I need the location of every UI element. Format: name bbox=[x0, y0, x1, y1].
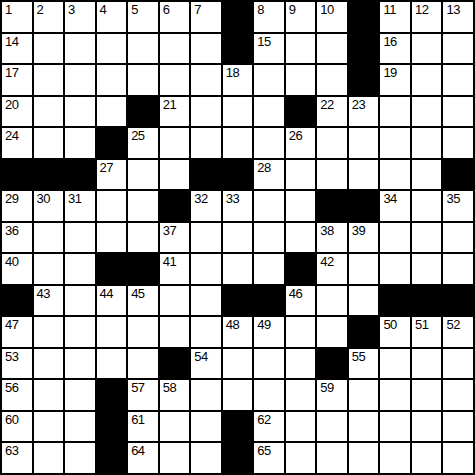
cell-r10c11[interactable] bbox=[317, 286, 347, 316]
cell-r2c13[interactable]: 16 bbox=[380, 34, 410, 64]
cell-r9c15[interactable] bbox=[443, 254, 473, 284]
cell-r15c7[interactable] bbox=[191, 443, 221, 473]
cell-r11c14[interactable]: 51 bbox=[412, 317, 442, 347]
cell-r1c5[interactable]: 5 bbox=[128, 2, 158, 32]
cell-r2c4[interactable] bbox=[97, 34, 127, 64]
cell-r7c14[interactable] bbox=[412, 191, 442, 221]
cell-r8c2[interactable] bbox=[34, 223, 64, 253]
cell-r5c15[interactable] bbox=[443, 128, 473, 158]
black-square-r1c8 bbox=[223, 2, 253, 32]
cell-r13c5[interactable]: 57 bbox=[128, 380, 158, 410]
clue-number: 25 bbox=[131, 128, 144, 143]
black-square-r10c1 bbox=[2, 286, 32, 316]
cell-r11c3[interactable] bbox=[65, 317, 95, 347]
cell-r13c9[interactable] bbox=[254, 380, 284, 410]
clue-number: 2 bbox=[37, 2, 44, 17]
cell-r11c7[interactable] bbox=[191, 317, 221, 347]
cell-r13c12[interactable] bbox=[349, 380, 379, 410]
cell-r9c8[interactable] bbox=[223, 254, 253, 284]
clue-number: 32 bbox=[194, 191, 207, 206]
clue-number: 64 bbox=[131, 443, 144, 458]
clue-number: 1 bbox=[5, 2, 12, 17]
cell-r6c6[interactable] bbox=[160, 160, 190, 190]
clue-number: 41 bbox=[163, 254, 176, 269]
cell-r13c3[interactable] bbox=[65, 380, 95, 410]
cell-r12c2[interactable] bbox=[34, 349, 64, 379]
cell-r7c8[interactable]: 33 bbox=[223, 191, 253, 221]
black-square-r10c15 bbox=[443, 286, 473, 316]
cell-r9c13[interactable] bbox=[380, 254, 410, 284]
cell-r1c1[interactable]: 1 bbox=[2, 2, 32, 32]
cell-r4c1[interactable]: 20 bbox=[2, 97, 32, 127]
cell-r3c6[interactable] bbox=[160, 65, 190, 95]
cell-r2c9[interactable]: 15 bbox=[254, 34, 284, 64]
black-square-r5c4 bbox=[97, 128, 127, 158]
clue-number: 39 bbox=[352, 223, 365, 238]
cell-r5c12[interactable] bbox=[349, 128, 379, 158]
clue-number: 42 bbox=[320, 254, 333, 269]
cell-r14c14[interactable] bbox=[412, 412, 442, 442]
clue-number: 51 bbox=[415, 317, 428, 332]
cell-r7c2[interactable]: 30 bbox=[34, 191, 64, 221]
black-square-r6c3 bbox=[65, 160, 95, 190]
cell-r8c4[interactable] bbox=[97, 223, 127, 253]
black-square-r1c12 bbox=[349, 2, 379, 32]
cell-r8c8[interactable] bbox=[223, 223, 253, 253]
cell-r4c9[interactable] bbox=[254, 97, 284, 127]
clue-number: 45 bbox=[131, 286, 144, 301]
cell-r11c9[interactable]: 49 bbox=[254, 317, 284, 347]
clue-number: 56 bbox=[5, 380, 18, 395]
cell-r3c10[interactable] bbox=[286, 65, 316, 95]
cell-r8c5[interactable] bbox=[128, 223, 158, 253]
black-square-r2c8 bbox=[223, 34, 253, 64]
cell-r13c11[interactable]: 59 bbox=[317, 380, 347, 410]
cell-r13c15[interactable] bbox=[443, 380, 473, 410]
clue-number: 48 bbox=[226, 317, 239, 332]
cell-r4c3[interactable] bbox=[65, 97, 95, 127]
black-square-r3c12 bbox=[349, 65, 379, 95]
clue-number: 21 bbox=[163, 97, 176, 112]
black-square-r11c12 bbox=[349, 317, 379, 347]
cell-r15c15[interactable] bbox=[443, 443, 473, 473]
cell-r2c6[interactable] bbox=[160, 34, 190, 64]
black-square-r10c13 bbox=[380, 286, 410, 316]
black-square-r15c4 bbox=[97, 443, 127, 473]
crossword-board: 1234567891011121314151617181920212223242… bbox=[0, 0, 475, 475]
cell-r10c10[interactable]: 46 bbox=[286, 286, 316, 316]
cell-r12c10[interactable] bbox=[286, 349, 316, 379]
clue-number: 8 bbox=[257, 2, 264, 17]
cell-r3c2[interactable] bbox=[34, 65, 64, 95]
cell-r11c5[interactable] bbox=[128, 317, 158, 347]
cell-r1c3[interactable]: 3 bbox=[65, 2, 95, 32]
cell-r4c2[interactable] bbox=[34, 97, 64, 127]
cell-r5c6[interactable] bbox=[160, 128, 190, 158]
cell-r15c5[interactable]: 64 bbox=[128, 443, 158, 473]
cell-r11c8[interactable]: 48 bbox=[223, 317, 253, 347]
cell-r3c7[interactable] bbox=[191, 65, 221, 95]
clue-number: 63 bbox=[5, 443, 18, 458]
black-square-r10c8 bbox=[223, 286, 253, 316]
cell-r12c12[interactable]: 55 bbox=[349, 349, 379, 379]
cell-r1c11[interactable]: 10 bbox=[317, 2, 347, 32]
cell-r5c1[interactable]: 24 bbox=[2, 128, 32, 158]
cell-r14c6[interactable] bbox=[160, 412, 190, 442]
clue-number: 29 bbox=[5, 191, 18, 206]
cell-r11c1[interactable]: 47 bbox=[2, 317, 32, 347]
clue-number: 57 bbox=[131, 380, 144, 395]
cell-r8c14[interactable] bbox=[412, 223, 442, 253]
cell-r1c4[interactable]: 4 bbox=[97, 2, 127, 32]
clue-number: 55 bbox=[352, 349, 365, 364]
cell-r5c9[interactable] bbox=[254, 128, 284, 158]
cell-r15c13[interactable] bbox=[380, 443, 410, 473]
cell-r10c7[interactable] bbox=[191, 286, 221, 316]
clue-number: 33 bbox=[226, 191, 239, 206]
cell-r7c3[interactable]: 31 bbox=[65, 191, 95, 221]
clue-number: 47 bbox=[5, 317, 18, 332]
black-square-r6c15 bbox=[443, 160, 473, 190]
cell-r12c5[interactable] bbox=[128, 349, 158, 379]
clue-number: 40 bbox=[5, 254, 18, 269]
clue-number: 26 bbox=[289, 128, 302, 143]
cell-r5c13[interactable] bbox=[380, 128, 410, 158]
black-square-r15c8 bbox=[223, 443, 253, 473]
clue-number: 44 bbox=[100, 286, 113, 301]
cell-r3c1[interactable]: 17 bbox=[2, 65, 32, 95]
cell-r12c13[interactable] bbox=[380, 349, 410, 379]
cell-r13c7[interactable] bbox=[191, 380, 221, 410]
clue-number: 28 bbox=[257, 160, 270, 175]
cell-r5c5[interactable]: 25 bbox=[128, 128, 158, 158]
clue-number: 7 bbox=[194, 2, 201, 17]
cell-r8c6[interactable]: 37 bbox=[160, 223, 190, 253]
cell-r15c11[interactable] bbox=[317, 443, 347, 473]
cell-r11c15[interactable]: 52 bbox=[443, 317, 473, 347]
cell-r12c8[interactable] bbox=[223, 349, 253, 379]
cell-r9c7[interactable] bbox=[191, 254, 221, 284]
cell-r1c9[interactable]: 8 bbox=[254, 2, 284, 32]
cell-r9c12[interactable] bbox=[349, 254, 379, 284]
cell-r4c15[interactable] bbox=[443, 97, 473, 127]
cell-r6c13[interactable] bbox=[380, 160, 410, 190]
clue-number: 17 bbox=[5, 65, 18, 80]
black-square-r6c1 bbox=[2, 160, 32, 190]
cell-r2c10[interactable] bbox=[286, 34, 316, 64]
cell-r8c1[interactable]: 36 bbox=[2, 223, 32, 253]
cell-r9c9[interactable] bbox=[254, 254, 284, 284]
cell-r7c1[interactable]: 29 bbox=[2, 191, 32, 221]
cell-r2c3[interactable] bbox=[65, 34, 95, 64]
clue-number: 18 bbox=[226, 65, 239, 80]
cell-r8c3[interactable] bbox=[65, 223, 95, 253]
black-square-r9c4 bbox=[97, 254, 127, 284]
cell-r9c14[interactable] bbox=[412, 254, 442, 284]
black-square-r10c9 bbox=[254, 286, 284, 316]
cell-r15c3[interactable] bbox=[65, 443, 95, 473]
clue-number: 22 bbox=[320, 97, 333, 112]
cell-r15c12[interactable] bbox=[349, 443, 379, 473]
black-square-r12c11 bbox=[317, 349, 347, 379]
clue-number: 12 bbox=[415, 2, 428, 17]
black-square-r4c10 bbox=[286, 97, 316, 127]
clue-number: 9 bbox=[289, 2, 296, 17]
cell-r5c10[interactable]: 26 bbox=[286, 128, 316, 158]
clue-number: 38 bbox=[320, 223, 333, 238]
cell-r14c12[interactable] bbox=[349, 412, 379, 442]
cell-r1c10[interactable]: 9 bbox=[286, 2, 316, 32]
cell-r13c6[interactable]: 58 bbox=[160, 380, 190, 410]
black-square-r9c10 bbox=[286, 254, 316, 284]
cell-r9c3[interactable] bbox=[65, 254, 95, 284]
clue-number: 36 bbox=[5, 223, 18, 238]
clue-number: 31 bbox=[68, 191, 81, 206]
cell-r7c15[interactable]: 35 bbox=[443, 191, 473, 221]
cell-r15c14[interactable] bbox=[412, 443, 442, 473]
cell-r2c5[interactable] bbox=[128, 34, 158, 64]
clue-number: 27 bbox=[100, 160, 113, 175]
cell-r5c8[interactable] bbox=[223, 128, 253, 158]
cell-r15c10[interactable] bbox=[286, 443, 316, 473]
cell-r12c7[interactable]: 54 bbox=[191, 349, 221, 379]
clue-number: 10 bbox=[320, 2, 333, 17]
cell-r1c15[interactable]: 13 bbox=[443, 2, 473, 32]
black-square-r12c6 bbox=[160, 349, 190, 379]
clue-number: 58 bbox=[163, 380, 176, 395]
black-square-r7c12 bbox=[349, 191, 379, 221]
cell-r8c7[interactable] bbox=[191, 223, 221, 253]
clue-number: 6 bbox=[163, 2, 170, 17]
cell-r12c9[interactable] bbox=[254, 349, 284, 379]
black-square-r9c5 bbox=[128, 254, 158, 284]
cell-r4c4[interactable] bbox=[97, 97, 127, 127]
black-square-r2c12 bbox=[349, 34, 379, 64]
clue-number: 62 bbox=[257, 412, 270, 427]
cell-r2c11[interactable] bbox=[317, 34, 347, 64]
cell-r11c6[interactable] bbox=[160, 317, 190, 347]
cell-r6c11[interactable] bbox=[317, 160, 347, 190]
cell-r3c9[interactable] bbox=[254, 65, 284, 95]
cell-r3c8[interactable]: 18 bbox=[223, 65, 253, 95]
clue-number: 61 bbox=[131, 412, 144, 427]
cell-r12c14[interactable] bbox=[412, 349, 442, 379]
clue-number: 19 bbox=[383, 65, 396, 80]
clue-number: 16 bbox=[383, 34, 396, 49]
cell-r3c11[interactable] bbox=[317, 65, 347, 95]
cell-r11c13[interactable]: 50 bbox=[380, 317, 410, 347]
cell-r4c8[interactable] bbox=[223, 97, 253, 127]
clue-number: 65 bbox=[257, 443, 270, 458]
cell-r7c10[interactable] bbox=[286, 191, 316, 221]
black-square-r7c11 bbox=[317, 191, 347, 221]
black-square-r6c2 bbox=[34, 160, 64, 190]
cell-r15c6[interactable] bbox=[160, 443, 190, 473]
cell-r13c2[interactable] bbox=[34, 380, 64, 410]
cell-r9c2[interactable] bbox=[34, 254, 64, 284]
cell-r8c12[interactable]: 39 bbox=[349, 223, 379, 253]
cell-r11c11[interactable] bbox=[317, 317, 347, 347]
black-square-r6c7 bbox=[191, 160, 221, 190]
cell-r3c4[interactable] bbox=[97, 65, 127, 95]
cell-r6c14[interactable] bbox=[412, 160, 442, 190]
cell-r2c2[interactable] bbox=[34, 34, 64, 64]
cell-r7c13[interactable]: 34 bbox=[380, 191, 410, 221]
cell-r6c12[interactable] bbox=[349, 160, 379, 190]
cell-r5c7[interactable] bbox=[191, 128, 221, 158]
cell-r5c14[interactable] bbox=[412, 128, 442, 158]
cell-r6c5[interactable] bbox=[128, 160, 158, 190]
cell-r4c14[interactable] bbox=[412, 97, 442, 127]
cell-r10c2[interactable]: 43 bbox=[34, 286, 64, 316]
cell-r2c14[interactable] bbox=[412, 34, 442, 64]
cell-r14c11[interactable] bbox=[317, 412, 347, 442]
clue-number: 13 bbox=[446, 2, 459, 17]
cell-r9c11[interactable]: 42 bbox=[317, 254, 347, 284]
clue-number: 5 bbox=[131, 2, 138, 17]
cell-r9c1[interactable]: 40 bbox=[2, 254, 32, 284]
cell-r8c15[interactable] bbox=[443, 223, 473, 253]
cell-r3c14[interactable] bbox=[412, 65, 442, 95]
black-square-r10c14 bbox=[412, 286, 442, 316]
clue-number: 54 bbox=[194, 349, 207, 364]
cell-r3c5[interactable] bbox=[128, 65, 158, 95]
cell-r1c14[interactable]: 12 bbox=[412, 2, 442, 32]
clue-number: 52 bbox=[446, 317, 459, 332]
cell-r7c4[interactable] bbox=[97, 191, 127, 221]
clue-number: 4 bbox=[100, 2, 107, 17]
cell-r13c13[interactable] bbox=[380, 380, 410, 410]
cell-r1c13[interactable]: 11 bbox=[380, 2, 410, 32]
cell-r4c13[interactable] bbox=[380, 97, 410, 127]
clue-number: 35 bbox=[446, 191, 459, 206]
clue-number: 24 bbox=[5, 128, 18, 143]
cell-r10c3[interactable] bbox=[65, 286, 95, 316]
cell-r14c10[interactable] bbox=[286, 412, 316, 442]
cell-r6c4[interactable]: 27 bbox=[97, 160, 127, 190]
black-square-r14c8 bbox=[223, 412, 253, 442]
cell-r7c7[interactable]: 32 bbox=[191, 191, 221, 221]
cell-r3c15[interactable] bbox=[443, 65, 473, 95]
cell-r14c13[interactable] bbox=[380, 412, 410, 442]
cell-r10c12[interactable] bbox=[349, 286, 379, 316]
cell-r1c6[interactable]: 6 bbox=[160, 2, 190, 32]
clue-number: 53 bbox=[5, 349, 18, 364]
cell-r13c1[interactable]: 56 bbox=[2, 380, 32, 410]
cell-r8c13[interactable] bbox=[380, 223, 410, 253]
cell-r7c5[interactable] bbox=[128, 191, 158, 221]
clue-number: 43 bbox=[37, 286, 50, 301]
black-square-r14c4 bbox=[97, 412, 127, 442]
clue-number: 34 bbox=[383, 191, 396, 206]
cell-r4c12[interactable]: 23 bbox=[349, 97, 379, 127]
clue-number: 11 bbox=[383, 2, 396, 17]
black-square-r4c5 bbox=[128, 97, 158, 127]
cell-r12c15[interactable] bbox=[443, 349, 473, 379]
cell-r10c4[interactable]: 44 bbox=[97, 286, 127, 316]
cell-r14c1[interactable]: 60 bbox=[2, 412, 32, 442]
cell-r12c1[interactable]: 53 bbox=[2, 349, 32, 379]
cell-r15c2[interactable] bbox=[34, 443, 64, 473]
cell-r1c2[interactable]: 2 bbox=[34, 2, 64, 32]
cell-r1c7[interactable]: 7 bbox=[191, 2, 221, 32]
cell-r4c6[interactable]: 21 bbox=[160, 97, 190, 127]
cell-r4c7[interactable] bbox=[191, 97, 221, 127]
cell-r13c8[interactable] bbox=[223, 380, 253, 410]
clue-number: 50 bbox=[383, 317, 396, 332]
cell-r8c9[interactable] bbox=[254, 223, 284, 253]
clue-number: 49 bbox=[257, 317, 270, 332]
clue-number: 23 bbox=[352, 97, 365, 112]
clue-number: 46 bbox=[289, 286, 302, 301]
cell-r13c14[interactable] bbox=[412, 380, 442, 410]
cell-r14c2[interactable] bbox=[34, 412, 64, 442]
clue-number: 14 bbox=[5, 34, 18, 49]
cell-r6c10[interactable] bbox=[286, 160, 316, 190]
cell-r11c4[interactable] bbox=[97, 317, 127, 347]
black-square-r6c8 bbox=[223, 160, 253, 190]
cell-r8c11[interactable]: 38 bbox=[317, 223, 347, 253]
cell-r12c3[interactable] bbox=[65, 349, 95, 379]
cell-r13c10[interactable] bbox=[286, 380, 316, 410]
clue-number: 37 bbox=[163, 223, 176, 238]
cell-r12c4[interactable] bbox=[97, 349, 127, 379]
black-square-r13c4 bbox=[97, 380, 127, 410]
clue-number: 30 bbox=[37, 191, 50, 206]
clue-number: 60 bbox=[5, 412, 18, 427]
cell-r9c6[interactable]: 41 bbox=[160, 254, 190, 284]
cell-r14c3[interactable] bbox=[65, 412, 95, 442]
cell-r14c5[interactable]: 61 bbox=[128, 412, 158, 442]
cell-r2c1[interactable]: 14 bbox=[2, 34, 32, 64]
cell-r15c1[interactable]: 63 bbox=[2, 443, 32, 473]
cell-r11c10[interactable] bbox=[286, 317, 316, 347]
cell-r4c11[interactable]: 22 bbox=[317, 97, 347, 127]
cell-r3c3[interactable] bbox=[65, 65, 95, 95]
cell-r2c7[interactable] bbox=[191, 34, 221, 64]
cell-r7c9[interactable] bbox=[254, 191, 284, 221]
cell-r10c6[interactable] bbox=[160, 286, 190, 316]
cell-r5c2[interactable] bbox=[34, 128, 64, 158]
cell-r2c15[interactable] bbox=[443, 34, 473, 64]
cell-r11c2[interactable] bbox=[34, 317, 64, 347]
cell-r8c10[interactable] bbox=[286, 223, 316, 253]
cell-r5c3[interactable] bbox=[65, 128, 95, 158]
cell-r15c9[interactable]: 65 bbox=[254, 443, 284, 473]
cell-r14c7[interactable] bbox=[191, 412, 221, 442]
clue-number: 15 bbox=[257, 34, 270, 49]
cell-r14c15[interactable] bbox=[443, 412, 473, 442]
cell-r6c9[interactable]: 28 bbox=[254, 160, 284, 190]
clue-number: 3 bbox=[68, 2, 75, 17]
clue-number: 20 bbox=[5, 97, 18, 112]
clue-number: 59 bbox=[320, 380, 333, 395]
cell-r5c11[interactable] bbox=[317, 128, 347, 158]
black-square-r7c6 bbox=[160, 191, 190, 221]
cell-r14c9[interactable]: 62 bbox=[254, 412, 284, 442]
cell-r10c5[interactable]: 45 bbox=[128, 286, 158, 316]
cell-r3c13[interactable]: 19 bbox=[380, 65, 410, 95]
